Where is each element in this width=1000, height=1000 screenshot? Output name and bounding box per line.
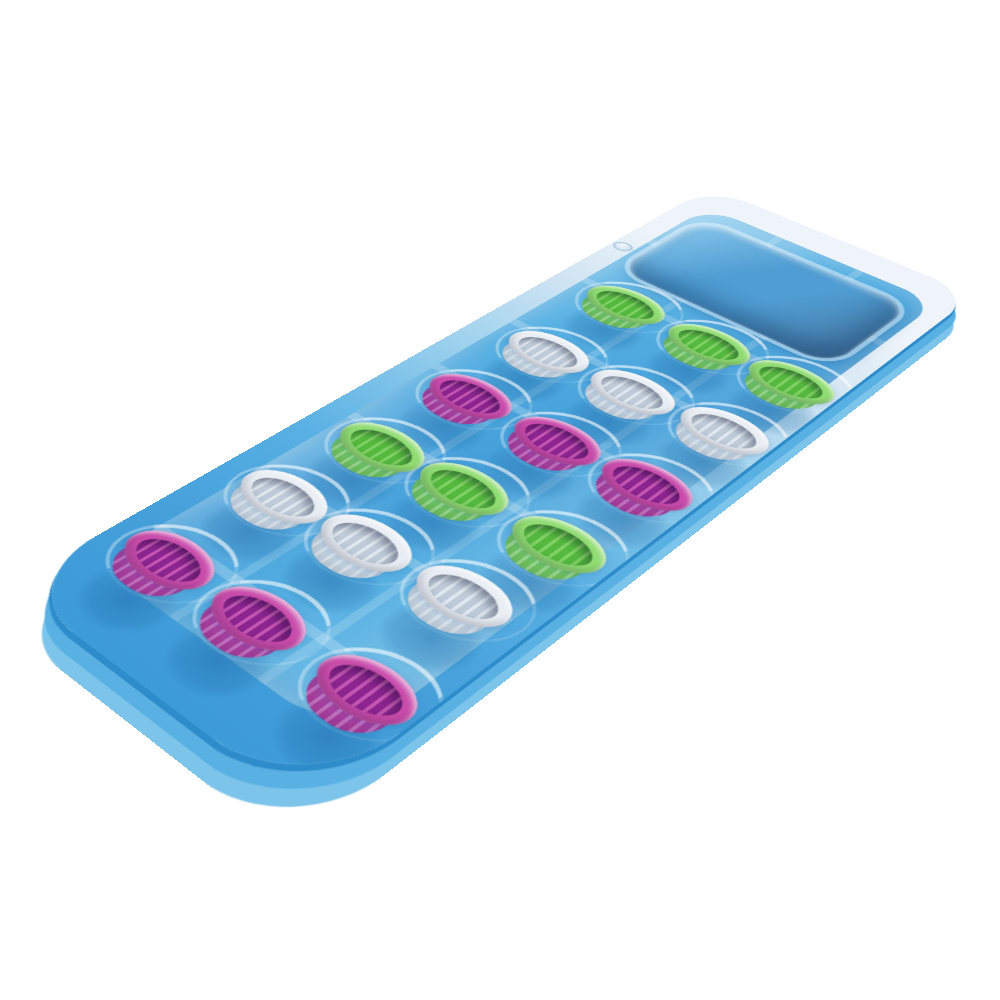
- cup-layer: [10, 187, 975, 807]
- cup-white-r5c3: [381, 554, 530, 653]
- cup-magenta-r6c3: [277, 642, 436, 755]
- cup-green-r4c3: [479, 506, 622, 597]
- cup-green-r1c1: [561, 279, 678, 340]
- product-photo: [0, 0, 1000, 1000]
- inflatable-mattress: [10, 187, 975, 807]
